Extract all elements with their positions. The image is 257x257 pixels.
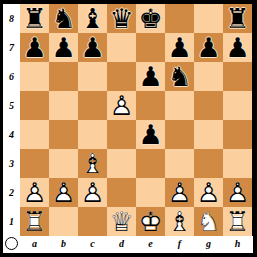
square-c2[interactable]: ♟♙ [78,178,107,207]
black-pawn: ♟ [194,33,223,62]
file-label-e: e [136,236,165,253]
square-d1[interactable]: ♛♕ [107,207,136,236]
white-pawn-fill: ♟ [78,178,107,207]
white-pawn: ♙ [107,91,136,120]
rank-label-6: 6 [3,62,20,91]
file-label-d: d [107,236,136,253]
black-queen: ♛ [107,4,136,33]
rank-label-8: 8 [3,4,20,33]
square-c4[interactable] [78,120,107,149]
chess-board: ♜♞♝♛♚♜♟♟♟♟♟♟♟♞♟♙♟♝♗♟♙♟♙♟♙♟♙♟♙♟♙♜♖♛♕♚♔♝♗♞… [20,4,252,236]
black-king: ♚ [136,4,165,33]
file-label-h: h [223,236,252,253]
square-g2[interactable]: ♟♙ [194,178,223,207]
file-label-g: g [194,236,223,253]
square-a5[interactable] [20,91,49,120]
square-f7[interactable]: ♟ [165,33,194,62]
square-e3[interactable] [136,149,165,178]
square-g1[interactable]: ♞♘ [194,207,223,236]
white-bishop-fill: ♝ [165,207,194,236]
square-g6[interactable] [194,62,223,91]
white-rook-fill: ♜ [223,207,252,236]
white-pawn: ♙ [20,178,49,207]
square-h7[interactable]: ♟ [223,33,252,62]
white-rook: ♖ [20,207,49,236]
square-a3[interactable] [20,149,49,178]
white-king-fill: ♚ [136,207,165,236]
white-bishop-fill: ♝ [78,149,107,178]
white-pawn: ♙ [165,178,194,207]
file-labels: abcdefgh [20,236,252,253]
square-g4[interactable] [194,120,223,149]
white-queen-fill: ♛ [107,207,136,236]
square-h4[interactable] [223,120,252,149]
square-d3[interactable] [107,149,136,178]
square-h3[interactable] [223,149,252,178]
white-bishop: ♗ [78,149,107,178]
black-pawn: ♟ [136,120,165,149]
square-b2[interactable]: ♟♙ [49,178,78,207]
black-pawn: ♟ [223,33,252,62]
square-d7[interactable] [107,33,136,62]
rank-label-7: 7 [3,33,20,62]
square-f4[interactable] [165,120,194,149]
square-a7[interactable]: ♟ [20,33,49,62]
square-d8[interactable]: ♛ [107,4,136,33]
black-rook: ♜ [20,4,49,33]
black-knight: ♞ [165,62,194,91]
black-pawn: ♟ [20,33,49,62]
square-h8[interactable]: ♜ [223,4,252,33]
white-to-move-indicator [5,237,18,250]
square-c5[interactable] [78,91,107,120]
square-b3[interactable] [49,149,78,178]
square-f2[interactable]: ♟♙ [165,178,194,207]
square-h5[interactable] [223,91,252,120]
square-e2[interactable] [136,178,165,207]
square-h1[interactable]: ♜♖ [223,207,252,236]
square-d6[interactable] [107,62,136,91]
square-e1[interactable]: ♚♔ [136,207,165,236]
square-f3[interactable] [165,149,194,178]
file-labels-strip: abcdefgh [3,236,253,253]
white-rook: ♖ [223,207,252,236]
white-pawn: ♙ [194,178,223,207]
file-label-c: c [78,236,107,253]
rank-label-4: 4 [3,120,20,149]
square-b7[interactable]: ♟ [49,33,78,62]
white-pawn: ♙ [49,178,78,207]
square-g5[interactable] [194,91,223,120]
square-d2[interactable] [107,178,136,207]
square-c7[interactable]: ♟ [78,33,107,62]
square-a1[interactable]: ♜♖ [20,207,49,236]
black-pawn: ♟ [136,62,165,91]
square-c3[interactable]: ♝♗ [78,149,107,178]
white-pawn: ♙ [223,178,252,207]
black-bishop: ♝ [78,4,107,33]
square-b5[interactable] [49,91,78,120]
white-pawn-fill: ♟ [107,91,136,120]
black-knight: ♞ [49,4,78,33]
white-pawn-fill: ♟ [194,178,223,207]
square-a6[interactable] [20,62,49,91]
white-pawn-fill: ♟ [20,178,49,207]
square-b1[interactable] [49,207,78,236]
square-b4[interactable] [49,120,78,149]
square-c8[interactable]: ♝ [78,4,107,33]
square-e4[interactable]: ♟ [136,120,165,149]
white-rook-fill: ♜ [20,207,49,236]
square-b6[interactable] [49,62,78,91]
file-label-b: b [49,236,78,253]
square-a4[interactable] [20,120,49,149]
square-g7[interactable]: ♟ [194,33,223,62]
white-knight: ♘ [194,207,223,236]
square-d4[interactable] [107,120,136,149]
chess-diagram: 87654321 ♜♞♝♛♚♜♟♟♟♟♟♟♟♞♟♙♟♝♗♟♙♟♙♟♙♟♙♟♙♟♙… [0,0,257,257]
black-rook: ♜ [223,4,252,33]
square-c6[interactable] [78,62,107,91]
rank-label-5: 5 [3,91,20,120]
white-pawn-fill: ♟ [223,178,252,207]
white-pawn-fill: ♟ [165,178,194,207]
white-pawn: ♙ [78,178,107,207]
file-label-a: a [20,236,49,253]
square-h6[interactable] [223,62,252,91]
rank-label-1: 1 [3,207,20,236]
square-f1[interactable]: ♝♗ [165,207,194,236]
square-a2[interactable]: ♟♙ [20,178,49,207]
white-knight-fill: ♞ [194,207,223,236]
square-e7[interactable] [136,33,165,62]
square-e5[interactable] [136,91,165,120]
square-g3[interactable] [194,149,223,178]
black-pawn: ♟ [49,33,78,62]
square-g8[interactable] [194,4,223,33]
rank-label-2: 2 [3,178,20,207]
black-pawn: ♟ [165,33,194,62]
white-pawn-fill: ♟ [49,178,78,207]
rank-label-3: 3 [3,149,20,178]
black-pawn: ♟ [78,33,107,62]
file-label-f: f [165,236,194,253]
square-e6[interactable]: ♟ [136,62,165,91]
square-a8[interactable]: ♜ [20,4,49,33]
white-bishop: ♗ [165,207,194,236]
square-f8[interactable] [165,4,194,33]
square-h2[interactable]: ♟♙ [223,178,252,207]
rank-labels: 87654321 [3,4,20,236]
white-queen: ♕ [107,207,136,236]
square-e8[interactable]: ♚ [136,4,165,33]
square-f6[interactable]: ♞ [165,62,194,91]
square-d5[interactable]: ♟♙ [107,91,136,120]
square-b8[interactable]: ♞ [49,4,78,33]
square-f5[interactable] [165,91,194,120]
square-c1[interactable] [78,207,107,236]
white-king: ♔ [136,207,165,236]
